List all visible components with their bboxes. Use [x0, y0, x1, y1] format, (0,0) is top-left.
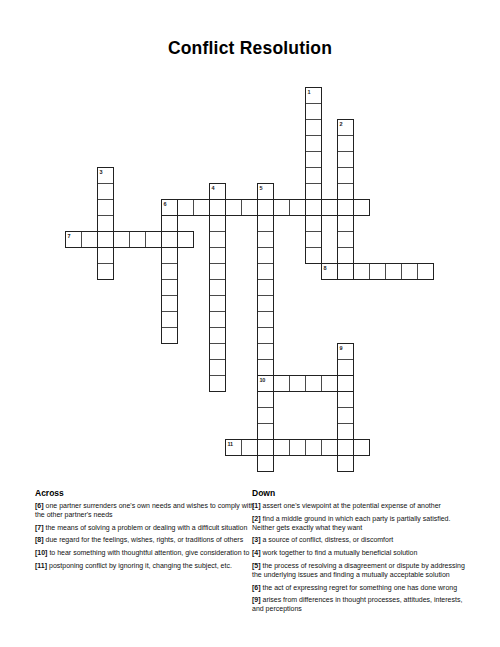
grid-cell[interactable]: [161, 215, 178, 232]
cell-number: 5: [260, 185, 263, 191]
clue-item: [7] the means of solving a problem or de…: [35, 523, 255, 532]
grid-cell[interactable]: [321, 375, 338, 392]
grid-cell[interactable]: [209, 327, 226, 344]
cell-number: 6: [164, 201, 167, 207]
grid-cell[interactable]: [305, 167, 322, 184]
grid-cell[interactable]: 3: [97, 167, 114, 184]
grid-cell[interactable]: [241, 199, 258, 216]
grid-cell[interactable]: [161, 263, 178, 280]
grid-cell[interactable]: [209, 295, 226, 312]
grid-cell[interactable]: [305, 215, 322, 232]
grid-cell[interactable]: [113, 231, 130, 248]
grid-cell[interactable]: [305, 247, 322, 264]
grid-cell[interactable]: [273, 439, 290, 456]
grid-cell[interactable]: [161, 295, 178, 312]
grid-cell[interactable]: [161, 327, 178, 344]
across-clues-column: Across [6] one partner surrenders one's …: [35, 488, 255, 573]
grid-cell[interactable]: [337, 407, 354, 424]
grid-cell[interactable]: [337, 135, 354, 152]
grid-cell[interactable]: [337, 199, 354, 216]
cell-number: 4: [212, 185, 215, 191]
grid-cell[interactable]: [273, 375, 290, 392]
grid-cell[interactable]: [257, 311, 274, 328]
grid-cell[interactable]: 1: [305, 87, 322, 104]
grid-cell[interactable]: [337, 455, 354, 472]
grid-cell[interactable]: [305, 119, 322, 136]
grid-cell[interactable]: [337, 423, 354, 440]
grid-cell[interactable]: [209, 215, 226, 232]
grid-cell[interactable]: [401, 263, 418, 280]
clue-item: [11] postponing conflict by ignoring it,…: [35, 561, 255, 570]
grid-cell[interactable]: [257, 439, 274, 456]
grid-cell[interactable]: [305, 183, 322, 200]
clue-item: [10] to hear something with thoughtful a…: [35, 548, 255, 557]
grid-cell[interactable]: [321, 439, 338, 456]
grid-cell[interactable]: [305, 135, 322, 152]
clue-item: [2] find a middle ground in which each p…: [252, 514, 472, 533]
grid-cell[interactable]: [257, 423, 274, 440]
grid-cell[interactable]: [161, 311, 178, 328]
grid-cell[interactable]: [353, 263, 370, 280]
grid-cell[interactable]: [129, 231, 146, 248]
grid-cell[interactable]: [257, 343, 274, 360]
grid-cell[interactable]: [257, 231, 274, 248]
clue-item: [9] arises from differences in thought p…: [252, 595, 472, 614]
cell-number: 7: [68, 233, 71, 239]
grid-cell[interactable]: [289, 199, 306, 216]
grid-cell[interactable]: [353, 199, 370, 216]
crossword-grid: 1234567891011: [65, 87, 434, 472]
grid-cell[interactable]: [257, 279, 274, 296]
grid-cell[interactable]: [321, 199, 338, 216]
cell-number: 11: [228, 441, 233, 447]
grid-cell[interactable]: [209, 247, 226, 264]
grid-cell[interactable]: [257, 407, 274, 424]
cell-number: 3: [100, 169, 103, 175]
grid-cell[interactable]: [193, 199, 210, 216]
clue-item: [3] a source of conflict, distress, or d…: [252, 535, 472, 544]
grid-cell[interactable]: [337, 439, 354, 456]
cell-number: 9: [340, 345, 343, 351]
grid-cell[interactable]: [241, 439, 258, 456]
grid-cell[interactable]: [177, 231, 194, 248]
across-header: Across: [35, 488, 255, 498]
grid-cell[interactable]: [337, 247, 354, 264]
grid-cell[interactable]: [209, 231, 226, 248]
grid-cell[interactable]: 10: [257, 375, 274, 392]
grid-cell[interactable]: [385, 263, 402, 280]
grid-cell[interactable]: [209, 311, 226, 328]
clue-item: [4] work together to find a mutually ben…: [252, 548, 472, 557]
grid-cell[interactable]: 8: [321, 263, 338, 280]
grid-cell[interactable]: [257, 263, 274, 280]
grid-cell[interactable]: [305, 375, 322, 392]
grid-cell[interactable]: [177, 199, 194, 216]
puzzle-page: Conflict Resolution 1234567891011 Across…: [0, 0, 500, 647]
grid-cell[interactable]: [289, 439, 306, 456]
grid-cell[interactable]: [97, 231, 114, 248]
grid-cell[interactable]: [337, 359, 354, 376]
down-header: Down: [252, 488, 472, 498]
down-clue-list: [1] assert one's viewpoint at the potent…: [252, 501, 472, 614]
grid-cell[interactable]: 5: [257, 183, 274, 200]
grid-cell[interactable]: [305, 103, 322, 120]
grid-cell[interactable]: [305, 231, 322, 248]
grid-cell[interactable]: [289, 375, 306, 392]
grid-cell[interactable]: [257, 327, 274, 344]
grid-cell[interactable]: [257, 391, 274, 408]
grid-cell[interactable]: 4: [209, 183, 226, 200]
grid-cell[interactable]: [305, 151, 322, 168]
clue-item: [8] due regard for the feelings, wishes,…: [35, 535, 255, 544]
cell-number: 2: [340, 121, 343, 127]
grid-cell[interactable]: [145, 231, 162, 248]
grid-cell[interactable]: [337, 391, 354, 408]
grid-cell[interactable]: [337, 151, 354, 168]
grid-cell[interactable]: [161, 247, 178, 264]
grid-cell[interactable]: [209, 375, 226, 392]
grid-cell[interactable]: [369, 263, 386, 280]
grid-cell[interactable]: [97, 199, 114, 216]
grid-cell[interactable]: [97, 215, 114, 232]
grid-cell[interactable]: [337, 167, 354, 184]
grid-cell[interactable]: [97, 263, 114, 280]
grid-cell[interactable]: [257, 295, 274, 312]
grid-cell[interactable]: [257, 247, 274, 264]
grid-cell[interactable]: [209, 359, 226, 376]
across-clue-list: [6] one partner surrenders one's own nee…: [35, 501, 255, 570]
grid-cell[interactable]: 6: [161, 199, 178, 216]
grid-cell[interactable]: [257, 455, 274, 472]
grid-cell[interactable]: 11: [225, 439, 242, 456]
down-clues-column: Down [1] assert one's viewpoint at the p…: [252, 488, 472, 617]
clue-item: [5] the process of resolving a disagreem…: [252, 561, 472, 580]
grid-cell[interactable]: [225, 199, 242, 216]
grid-cell[interactable]: [273, 199, 290, 216]
grid-cell[interactable]: [353, 439, 370, 456]
clue-item: [6] one partner surrenders one's own nee…: [35, 501, 255, 520]
cell-number: 10: [260, 377, 266, 383]
cell-number: 1: [308, 89, 311, 95]
grid-cell[interactable]: [97, 247, 114, 264]
grid-cell[interactable]: [209, 199, 226, 216]
grid-cell[interactable]: [337, 375, 354, 392]
grid-cell[interactable]: [209, 263, 226, 280]
grid-cell[interactable]: [337, 263, 354, 280]
grid-cell[interactable]: [161, 231, 178, 248]
grid-cell[interactable]: [305, 199, 322, 216]
grid-cell[interactable]: 9: [337, 343, 354, 360]
grid-cell[interactable]: [209, 279, 226, 296]
grid-cell[interactable]: [305, 439, 322, 456]
grid-cell[interactable]: [337, 183, 354, 200]
grid-cell[interactable]: [209, 343, 226, 360]
grid-cell[interactable]: [81, 231, 98, 248]
grid-cell[interactable]: [97, 183, 114, 200]
grid-cell[interactable]: [257, 359, 274, 376]
grid-cell[interactable]: 2: [337, 119, 354, 136]
grid-cell[interactable]: [417, 263, 434, 280]
grid-cell[interactable]: [161, 279, 178, 296]
grid-cell[interactable]: [257, 199, 274, 216]
page-title: Conflict Resolution: [0, 38, 500, 59]
grid-cell[interactable]: 7: [65, 231, 82, 248]
clue-item: [1] assert one's viewpoint at the potent…: [252, 501, 472, 510]
cell-number: 8: [324, 265, 327, 271]
clue-item: [6] the act of expressing regret for som…: [252, 583, 472, 592]
grid-cell[interactable]: [337, 215, 354, 232]
grid-cell[interactable]: [337, 231, 354, 248]
grid-cell[interactable]: [257, 215, 274, 232]
